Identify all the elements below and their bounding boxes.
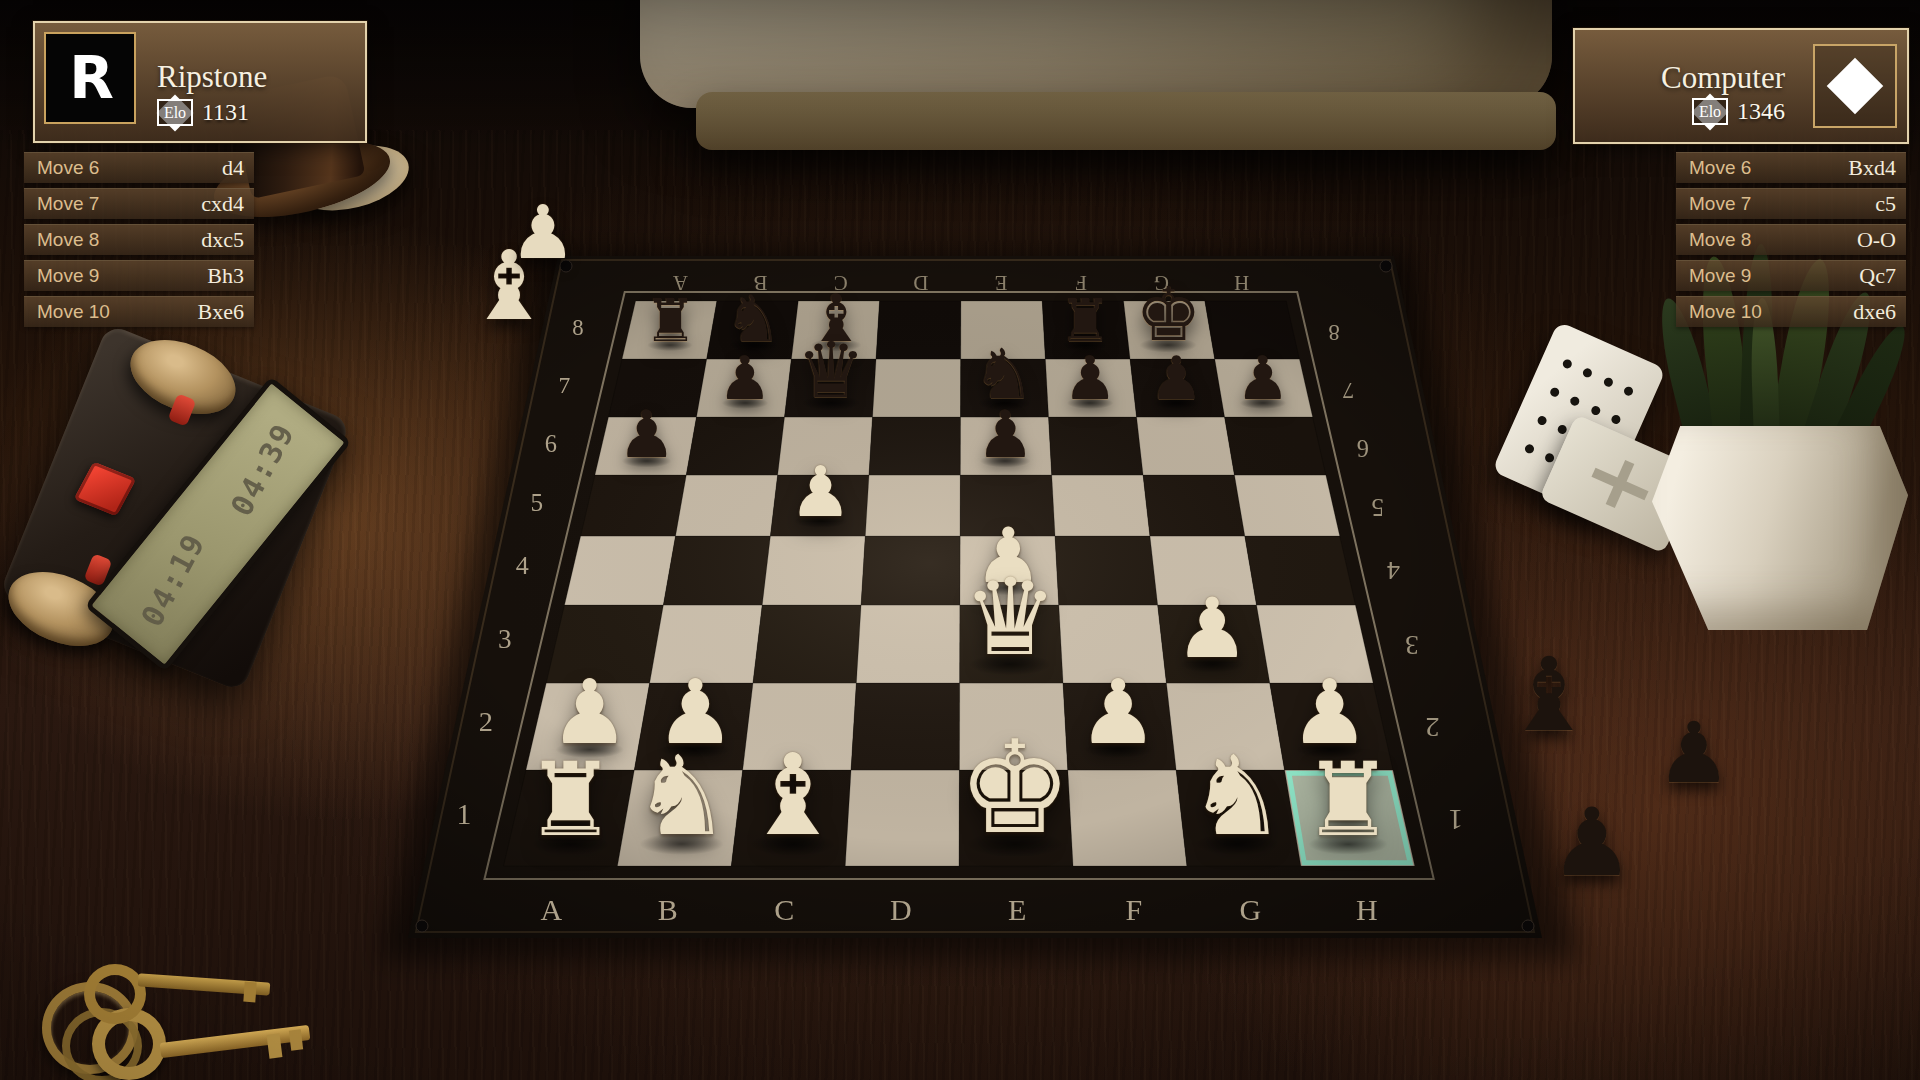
diamond-icon — [1827, 58, 1884, 115]
move-row-move-10: Move 10dxe6 — [1676, 296, 1906, 327]
square-d7[interactable] — [873, 359, 961, 417]
move-notation: d4 — [222, 155, 244, 181]
rank-label-right-8: 8 — [1328, 320, 1339, 345]
file-label-bottom-a: A — [540, 893, 562, 926]
move-row-move-9: Move 9Bh3 — [24, 260, 254, 291]
move-notation: dxc5 — [201, 227, 244, 253]
piece-black-pawn-f7[interactable]: ♟ — [1063, 348, 1117, 408]
ripstone-logo-letter: R — [69, 44, 111, 112]
file-label-top-d: D — [913, 271, 928, 295]
piece-white-rook-h1[interactable]: ♜ — [1302, 749, 1393, 851]
piece-white-pawn-f2[interactable]: ♟ — [1078, 667, 1158, 756]
file-label-bottom-h: H — [1356, 893, 1378, 926]
piece-black-rook-a8[interactable]: ♜ — [644, 291, 697, 350]
move-row-move-6: Move 6d4 — [24, 152, 254, 183]
captured-white-pawn: ♟ — [510, 195, 576, 269]
square-d3[interactable] — [856, 605, 960, 683]
square-h6[interactable] — [1225, 417, 1326, 475]
rank-label-right-2: 2 — [1425, 712, 1439, 743]
elo-label: Elo — [1692, 98, 1728, 125]
square-c3[interactable] — [753, 605, 861, 683]
white-elo-value: 1131 — [202, 99, 249, 126]
player-panel-white: R Ripstone Elo 1131 — [33, 21, 367, 143]
piece-black-king-g8[interactable]: ♚ — [1135, 277, 1201, 351]
move-notation: Bxe6 — [198, 299, 244, 325]
square-f1[interactable] — [1068, 770, 1187, 866]
square-b5[interactable] — [676, 475, 778, 536]
move-notation: c5 — [1875, 191, 1896, 217]
move-notation: Bxd4 — [1848, 155, 1896, 181]
rank-label-right-7: 7 — [1342, 378, 1354, 404]
square-g5[interactable] — [1143, 475, 1245, 536]
move-row-move-9: Move 9Qc7 — [1676, 260, 1906, 291]
rank-label-left-8: 8 — [572, 315, 583, 340]
square-d2[interactable] — [851, 683, 960, 770]
square-d4[interactable] — [861, 536, 960, 605]
captured-black-pawn: ♟ — [1656, 711, 1731, 795]
rank-label-left-2: 2 — [479, 706, 493, 737]
piece-black-pawn-h7[interactable]: ♟ — [1236, 348, 1290, 408]
rank-label-left-6: 6 — [545, 430, 557, 457]
square-d1[interactable] — [845, 770, 959, 866]
square-b6[interactable] — [686, 417, 784, 475]
move-row-move-6: Move 6Bxd4 — [1676, 152, 1906, 183]
piece-black-queen-c7[interactable]: ♛ — [797, 332, 866, 409]
captured-black-bishop: ♝ — [1503, 644, 1594, 746]
square-h4[interactable] — [1245, 536, 1356, 605]
move-label: Move 6 — [37, 157, 99, 179]
piece-white-pawn-c5[interactable]: ♟ — [789, 457, 852, 527]
black-elo-row: Elo 1346 — [1692, 98, 1785, 125]
square-d5[interactable] — [865, 475, 960, 536]
file-label-bottom-c: C — [774, 893, 794, 926]
rank-label-right-4: 4 — [1387, 556, 1400, 585]
move-label: Move 7 — [37, 193, 99, 215]
piece-white-rook-a1[interactable]: ♜ — [525, 749, 616, 851]
square-d6[interactable] — [869, 417, 961, 475]
move-row-move-10: Move 10Bxe6 — [24, 296, 254, 327]
move-label: Move 6 — [1689, 157, 1751, 179]
move-row-move-7: Move 7c5 — [1676, 188, 1906, 219]
move-row-move-8: Move 8O-O — [1676, 224, 1906, 255]
captured-black-pawn: ♟ — [1550, 796, 1634, 890]
square-c4[interactable] — [762, 536, 865, 605]
white-player-name: Ripstone — [157, 59, 267, 95]
square-a5[interactable] — [581, 475, 687, 536]
file-label-bottom-e: E — [1008, 893, 1026, 926]
white-elo-row: Elo 1131 — [157, 99, 249, 126]
file-label-top-h: H — [1234, 271, 1249, 295]
piece-white-queen-e3[interactable]: ♛ — [963, 566, 1058, 672]
piece-white-bishop-c1[interactable]: ♝ — [742, 740, 842, 852]
move-label: Move 8 — [37, 229, 99, 251]
move-label: Move 7 — [1689, 193, 1751, 215]
move-label: Move 9 — [1689, 265, 1751, 287]
move-row-move-7: Move 7cxd4 — [24, 188, 254, 219]
rank-label-left-1: 1 — [457, 798, 472, 830]
file-label-bottom-b: B — [658, 893, 678, 926]
move-label: Move 9 — [37, 265, 99, 287]
file-label-bottom-g: G — [1239, 893, 1261, 926]
file-label-bottom-d: D — [890, 893, 912, 926]
move-notation: dxe6 — [1853, 299, 1896, 325]
square-f6[interactable] — [1049, 417, 1144, 475]
piece-black-knight-b8[interactable]: ♞ — [725, 287, 782, 351]
chess-board: AABBCCDDEEFFGGHH1122334455667788 — [0, 0, 1920, 1080]
elo-diamond-badge: Elo — [157, 99, 193, 126]
square-f4[interactable] — [1055, 536, 1158, 605]
elo-label: Elo — [157, 99, 193, 126]
piece-black-pawn-g7[interactable]: ♟ — [1150, 348, 1204, 408]
rank-label-left-7: 7 — [558, 372, 570, 398]
black-player-name: Computer — [1661, 60, 1785, 96]
rank-label-left-4: 4 — [516, 551, 529, 580]
move-label: Move 8 — [1689, 229, 1751, 251]
rank-label-right-1: 1 — [1448, 804, 1463, 836]
piece-white-king-e1[interactable]: ♚ — [957, 724, 1072, 852]
piece-white-knight-b1[interactable]: ♞ — [632, 742, 731, 852]
move-notation: cxd4 — [201, 191, 244, 217]
rank-label-left-3: 3 — [498, 624, 512, 654]
square-b4[interactable] — [663, 536, 770, 605]
piece-black-rook-f8[interactable]: ♜ — [1059, 291, 1112, 350]
piece-white-pawn-g3[interactable]: ♟ — [1175, 588, 1249, 671]
piece-black-pawn-e6[interactable]: ♟ — [976, 402, 1034, 467]
elo-diamond-badge: Elo — [1692, 98, 1728, 125]
square-a4[interactable] — [565, 536, 676, 605]
move-notation: O-O — [1857, 227, 1896, 253]
rank-label-right-5: 5 — [1371, 494, 1384, 521]
ripstone-logo: R — [44, 32, 136, 124]
file-label-bottom-f: F — [1125, 893, 1142, 926]
square-h5[interactable] — [1234, 475, 1339, 536]
file-label-top-e: E — [995, 271, 1008, 295]
square-f5[interactable] — [1052, 475, 1150, 536]
player-panel-black: Computer Elo 1346 — [1573, 28, 1909, 144]
move-notation: Bh3 — [207, 263, 244, 289]
piece-black-pawn-a6[interactable]: ♟ — [617, 402, 675, 467]
rank-label-right-3: 3 — [1405, 630, 1419, 660]
move-label: Move 10 — [1689, 301, 1762, 323]
computer-avatar — [1813, 44, 1897, 128]
move-notation: Qc7 — [1859, 263, 1896, 289]
square-g6[interactable] — [1137, 417, 1235, 475]
square-d8[interactable] — [876, 301, 961, 359]
piece-black-pawn-b7[interactable]: ♟ — [718, 348, 772, 408]
piece-white-knight-g1[interactable]: ♞ — [1188, 742, 1287, 852]
black-elo-value: 1346 — [1737, 98, 1785, 125]
rank-label-right-6: 6 — [1357, 435, 1369, 462]
rank-label-left-5: 5 — [531, 489, 544, 516]
move-label: Move 10 — [37, 301, 110, 323]
move-row-move-8: Move 8dxc5 — [24, 224, 254, 255]
